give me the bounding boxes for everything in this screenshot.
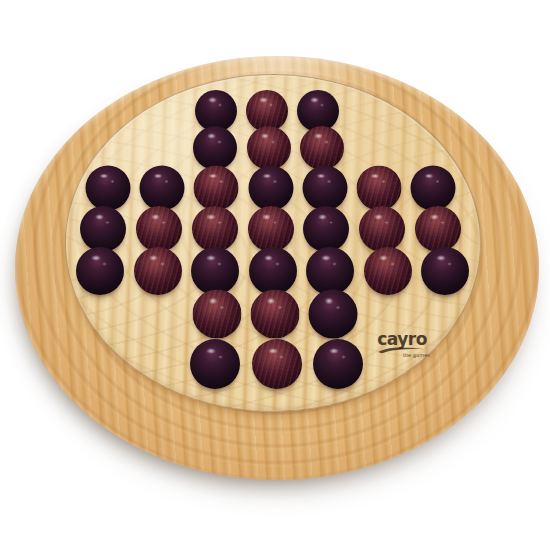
marble-r4c0[interactable] (76, 247, 124, 295)
marble-r2c2[interactable] (194, 166, 239, 211)
marble-r1c4[interactable] (300, 126, 344, 170)
marble-r5c2[interactable] (193, 290, 242, 339)
marble-r3c2[interactable] (192, 206, 238, 252)
marble-r5c3[interactable] (251, 290, 300, 339)
marble-r3c3[interactable] (248, 206, 294, 252)
marble-r2c0[interactable] (85, 166, 130, 211)
marble-r6c2[interactable] (190, 339, 240, 389)
marble-layer (0, 0, 550, 550)
marble-r2c3[interactable] (248, 166, 293, 211)
marble-r3c1[interactable] (136, 206, 182, 252)
marble-r6c4[interactable] (313, 339, 363, 389)
marble-r3c4[interactable] (303, 206, 349, 252)
marble-r4c5[interactable] (364, 247, 412, 295)
marble-r3c0[interactable] (80, 206, 126, 252)
marble-r1c2[interactable] (193, 126, 237, 170)
marble-r5c4[interactable] (309, 290, 358, 339)
marble-r2c4[interactable] (302, 166, 347, 211)
product-photo: cayro the games (0, 0, 550, 550)
marble-r4c6[interactable] (421, 247, 469, 295)
marble-r4c1[interactable] (134, 247, 182, 295)
marble-r1c3[interactable] (247, 126, 291, 170)
marble-r2c1[interactable] (140, 166, 185, 211)
marble-r3c6[interactable] (415, 206, 461, 252)
marble-r2c6[interactable] (411, 166, 456, 211)
marble-r4c2[interactable] (191, 247, 239, 295)
marble-r4c4[interactable] (306, 247, 354, 295)
marble-r2c5[interactable] (356, 166, 401, 211)
marble-r6c3[interactable] (252, 339, 302, 389)
marble-r4c3[interactable] (249, 247, 297, 295)
marble-r3c5[interactable] (359, 206, 405, 252)
